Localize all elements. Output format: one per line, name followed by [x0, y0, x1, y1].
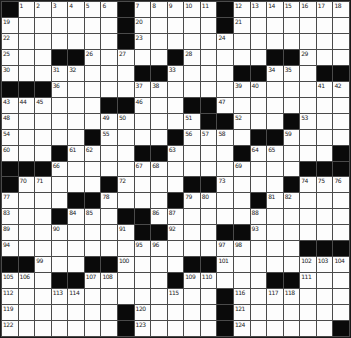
cell-r3c1[interactable]	[19, 50, 35, 65]
cell-r4c16[interactable]: 34	[267, 66, 283, 81]
cell-r8c17[interactable]: 59	[284, 130, 300, 145]
cell-r1c9[interactable]	[151, 18, 167, 33]
cell-r16c9[interactable]	[151, 257, 167, 272]
cell-r10c15[interactable]	[251, 162, 267, 177]
cell-r1c0[interactable]: 19	[2, 18, 18, 33]
cell-r20c10[interactable]	[168, 321, 184, 336]
cell-r5c8[interactable]: 37	[135, 82, 151, 97]
cell-r7c5[interactable]	[85, 114, 101, 129]
cell-r17c19[interactable]	[317, 273, 333, 288]
cell-r5c4[interactable]	[68, 82, 84, 97]
cell-r18c10[interactable]: 115	[168, 289, 184, 304]
cell-r16c20[interactable]: 104	[333, 257, 349, 272]
cell-r1c8[interactable]: 20	[135, 18, 151, 33]
cell-r18c7[interactable]	[118, 289, 134, 304]
cell-r14c20[interactable]	[333, 225, 349, 240]
cell-r20c16[interactable]	[267, 321, 283, 336]
cell-r5c3[interactable]: 36	[52, 82, 68, 97]
cell-r3c9[interactable]	[151, 50, 167, 65]
cell-r18c14[interactable]: 116	[234, 289, 250, 304]
cell-r13c2[interactable]	[35, 209, 51, 224]
cell-r19c8[interactable]: 120	[135, 305, 151, 320]
cell-r5c17[interactable]	[284, 82, 300, 97]
cell-r16c4[interactable]	[68, 257, 84, 272]
cell-r19c10[interactable]	[168, 305, 184, 320]
cell-r15c10[interactable]	[168, 241, 184, 256]
cell-r18c6[interactable]	[101, 289, 117, 304]
cell-r2c16[interactable]	[267, 34, 283, 49]
cell-r18c15[interactable]	[251, 289, 267, 304]
cell-r5c13[interactable]	[217, 82, 233, 97]
cell-r7c1[interactable]	[19, 114, 35, 129]
cell-r1c5[interactable]	[85, 18, 101, 33]
cell-r18c2[interactable]	[35, 289, 51, 304]
cell-r17c11[interactable]: 109	[184, 273, 200, 288]
cell-r17c18[interactable]: 111	[300, 273, 316, 288]
cell-r13c1[interactable]	[19, 209, 35, 224]
cell-r5c5[interactable]	[85, 82, 101, 97]
cell-r9c4[interactable]: 61	[68, 146, 84, 161]
cell-r18c8[interactable]	[135, 289, 151, 304]
cell-r18c16[interactable]: 117	[267, 289, 283, 304]
cell-r13c10[interactable]: 87	[168, 209, 184, 224]
cell-r12c20[interactable]	[333, 193, 349, 208]
cell-r16c19[interactable]: 103	[317, 257, 333, 272]
cell-r0c5[interactable]: 5	[85, 2, 101, 17]
cell-r15c1[interactable]	[19, 241, 35, 256]
cell-r7c10[interactable]	[168, 114, 184, 129]
cell-r6c1[interactable]: 44	[19, 98, 35, 113]
cell-r4c18[interactable]	[300, 66, 316, 81]
cell-r8c9[interactable]	[151, 130, 167, 145]
cell-r16c17[interactable]	[284, 257, 300, 272]
cell-r1c18[interactable]	[300, 18, 316, 33]
cell-r11c1[interactable]: 70	[19, 177, 35, 192]
cell-r10c7[interactable]	[118, 162, 134, 177]
cell-r20c8[interactable]: 123	[135, 321, 151, 336]
cell-r12c0[interactable]: 77	[2, 193, 18, 208]
cell-r0c14[interactable]: 12	[234, 2, 250, 17]
cell-r1c15[interactable]	[251, 18, 267, 33]
cell-r3c20[interactable]	[333, 50, 349, 65]
cell-r17c6[interactable]: 108	[101, 273, 117, 288]
cell-r0c9[interactable]: 8	[151, 2, 167, 17]
cell-r0c2[interactable]: 2	[35, 2, 51, 17]
cell-r20c11[interactable]	[184, 321, 200, 336]
cell-r14c18[interactable]	[300, 225, 316, 240]
cell-r13c12[interactable]	[201, 209, 217, 224]
cell-r0c17[interactable]: 15	[284, 2, 300, 17]
cell-r4c12[interactable]	[201, 66, 217, 81]
cell-r20c2[interactable]	[35, 321, 51, 336]
cell-r15c6[interactable]	[101, 241, 117, 256]
cell-r8c7[interactable]	[118, 130, 134, 145]
cell-r3c8[interactable]	[135, 50, 151, 65]
cell-r2c12[interactable]	[201, 34, 217, 49]
cell-r12c7[interactable]	[118, 193, 134, 208]
cell-r9c18[interactable]	[300, 146, 316, 161]
cell-r11c4[interactable]	[68, 177, 84, 192]
cell-r10c17[interactable]	[284, 162, 300, 177]
cell-r15c0[interactable]: 94	[2, 241, 18, 256]
cell-r15c2[interactable]	[35, 241, 51, 256]
cell-r20c6[interactable]	[101, 321, 117, 336]
cell-r10c3[interactable]: 66	[52, 162, 68, 177]
cell-r9c0[interactable]: 60	[2, 146, 18, 161]
cell-r12c1[interactable]	[19, 193, 35, 208]
cell-r20c5[interactable]	[85, 321, 101, 336]
cell-r6c0[interactable]: 43	[2, 98, 18, 113]
cell-r9c2[interactable]	[35, 146, 51, 161]
cell-r14c4[interactable]	[68, 225, 84, 240]
cell-r9c19[interactable]	[317, 146, 333, 161]
cell-r0c20[interactable]: 18	[333, 2, 349, 17]
cell-r11c7[interactable]: 72	[118, 177, 134, 192]
cell-r0c8[interactable]: 7	[135, 2, 151, 17]
cell-r12c8[interactable]	[135, 193, 151, 208]
cell-r11c18[interactable]: 74	[300, 177, 316, 192]
cell-r2c11[interactable]	[184, 34, 200, 49]
cell-r20c3[interactable]	[52, 321, 68, 336]
cell-r4c6[interactable]	[101, 66, 117, 81]
cell-r7c15[interactable]	[251, 114, 267, 129]
cell-r13c0[interactable]: 83	[2, 209, 18, 224]
cell-r20c4[interactable]	[68, 321, 84, 336]
cell-r14c1[interactable]	[19, 225, 35, 240]
cell-r6c13[interactable]: 47	[217, 98, 233, 113]
cell-r16c10[interactable]	[168, 257, 184, 272]
cell-r2c4[interactable]	[68, 34, 84, 49]
cell-r20c9[interactable]	[151, 321, 167, 336]
cell-r8c20[interactable]	[333, 130, 349, 145]
cell-r18c11[interactable]	[184, 289, 200, 304]
cell-r8c3[interactable]	[52, 130, 68, 145]
cell-r11c2[interactable]: 71	[35, 177, 51, 192]
cell-r6c8[interactable]: 46	[135, 98, 151, 113]
cell-r7c7[interactable]: 50	[118, 114, 134, 129]
cell-r1c10[interactable]	[168, 18, 184, 33]
cell-r4c11[interactable]	[184, 66, 200, 81]
cell-r2c14[interactable]	[234, 34, 250, 49]
cell-r16c15[interactable]	[251, 257, 267, 272]
cell-r10c6[interactable]	[101, 162, 117, 177]
cell-r11c3[interactable]	[52, 177, 68, 192]
cell-r15c13[interactable]: 97	[217, 241, 233, 256]
cell-r18c18[interactable]	[300, 289, 316, 304]
cell-r15c12[interactable]	[201, 241, 217, 256]
cell-r16c2[interactable]: 99	[35, 257, 51, 272]
cell-r13c15[interactable]: 88	[251, 209, 267, 224]
cell-r14c10[interactable]: 92	[168, 225, 184, 240]
cell-r19c15[interactable]	[251, 305, 267, 320]
cell-r8c4[interactable]	[68, 130, 84, 145]
cell-r15c9[interactable]: 96	[151, 241, 167, 256]
cell-r2c1[interactable]	[19, 34, 35, 49]
cell-r18c17[interactable]: 118	[284, 289, 300, 304]
cell-r19c9[interactable]	[151, 305, 167, 320]
cell-r12c2[interactable]	[35, 193, 51, 208]
cell-r11c16[interactable]	[267, 177, 283, 192]
cell-r17c20[interactable]	[333, 273, 349, 288]
cell-r13c18[interactable]	[300, 209, 316, 224]
cell-r19c4[interactable]	[68, 305, 84, 320]
cell-r17c15[interactable]	[251, 273, 267, 288]
cell-r10c16[interactable]	[267, 162, 283, 177]
cell-r11c9[interactable]	[151, 177, 167, 192]
cell-r5c7[interactable]	[118, 82, 134, 97]
cell-r14c5[interactable]	[85, 225, 101, 240]
cell-r2c17[interactable]	[284, 34, 300, 49]
cell-r9c10[interactable]: 63	[168, 146, 184, 161]
cell-r15c5[interactable]	[85, 241, 101, 256]
cell-r4c13[interactable]	[217, 66, 233, 81]
cell-r17c7[interactable]	[118, 273, 134, 288]
cell-r17c8[interactable]	[135, 273, 151, 288]
cell-r19c0[interactable]: 119	[2, 305, 18, 320]
cell-r20c0[interactable]: 122	[2, 321, 18, 336]
cell-r3c13[interactable]	[217, 50, 233, 65]
cell-r11c20[interactable]: 76	[333, 177, 349, 192]
cell-r6c14[interactable]	[234, 98, 250, 113]
cell-r9c5[interactable]: 62	[85, 146, 101, 161]
cell-r0c11[interactable]: 10	[184, 2, 200, 17]
cell-r19c19[interactable]	[317, 305, 333, 320]
cell-r5c14[interactable]: 39	[234, 82, 250, 97]
cell-r2c19[interactable]	[317, 34, 333, 49]
cell-r17c5[interactable]: 107	[85, 273, 101, 288]
cell-r13c13[interactable]	[217, 209, 233, 224]
cell-r12c6[interactable]: 78	[101, 193, 117, 208]
cell-r4c10[interactable]: 33	[168, 66, 184, 81]
cell-r5c12[interactable]	[201, 82, 217, 97]
cell-r10c10[interactable]	[168, 162, 184, 177]
cell-r20c12[interactable]	[201, 321, 217, 336]
cell-r13c14[interactable]	[234, 209, 250, 224]
cell-r11c8[interactable]	[135, 177, 151, 192]
cell-r12c17[interactable]: 82	[284, 193, 300, 208]
cell-r2c3[interactable]	[52, 34, 68, 49]
cell-r8c19[interactable]	[317, 130, 333, 145]
cell-r13c11[interactable]	[184, 209, 200, 224]
cell-r3c15[interactable]	[251, 50, 267, 65]
cell-r3c0[interactable]: 25	[2, 50, 18, 65]
cell-r16c18[interactable]: 102	[300, 257, 316, 272]
cell-r19c14[interactable]: 121	[234, 305, 250, 320]
cell-r12c11[interactable]: 79	[184, 193, 200, 208]
cell-r3c5[interactable]: 26	[85, 50, 101, 65]
cell-r14c0[interactable]: 89	[2, 225, 18, 240]
cell-r0c1[interactable]: 1	[19, 2, 35, 17]
cell-r12c14[interactable]	[234, 193, 250, 208]
cell-r2c0[interactable]: 22	[2, 34, 18, 49]
cell-r4c4[interactable]: 32	[68, 66, 84, 81]
cell-r10c12[interactable]	[201, 162, 217, 177]
cell-r2c6[interactable]	[101, 34, 117, 49]
cell-r14c19[interactable]	[317, 225, 333, 240]
cell-r9c15[interactable]: 64	[251, 146, 267, 161]
cell-r14c17[interactable]	[284, 225, 300, 240]
cell-r8c6[interactable]: 55	[101, 130, 117, 145]
cell-r5c15[interactable]: 40	[251, 82, 267, 97]
cell-r3c7[interactable]: 27	[118, 50, 134, 65]
cell-r15c16[interactable]	[267, 241, 283, 256]
cell-r7c16[interactable]	[267, 114, 283, 129]
cell-r18c0[interactable]: 112	[2, 289, 18, 304]
cell-r3c12[interactable]	[201, 50, 217, 65]
cell-r3c19[interactable]	[317, 50, 333, 65]
cell-r8c1[interactable]	[19, 130, 35, 145]
cell-r2c2[interactable]	[35, 34, 51, 49]
cell-r0c12[interactable]: 11	[201, 2, 217, 17]
cell-r12c19[interactable]	[317, 193, 333, 208]
cell-r11c14[interactable]	[234, 177, 250, 192]
cell-r1c6[interactable]	[101, 18, 117, 33]
cell-r5c20[interactable]: 42	[333, 82, 349, 97]
cell-r7c4[interactable]	[68, 114, 84, 129]
cell-r10c5[interactable]	[85, 162, 101, 177]
cell-r16c13[interactable]: 101	[217, 257, 233, 272]
cell-r16c3[interactable]	[52, 257, 68, 272]
cell-r11c5[interactable]	[85, 177, 101, 192]
cell-r10c4[interactable]	[68, 162, 84, 177]
cell-r17c13[interactable]	[217, 273, 233, 288]
cell-r6c2[interactable]: 45	[35, 98, 51, 113]
cell-r16c16[interactable]	[267, 257, 283, 272]
cell-r15c14[interactable]: 98	[234, 241, 250, 256]
cell-r20c1[interactable]	[19, 321, 35, 336]
cell-r7c11[interactable]: 51	[184, 114, 200, 129]
cell-r3c18[interactable]: 29	[300, 50, 316, 65]
cell-r19c6[interactable]	[101, 305, 117, 320]
cell-r6c19[interactable]	[317, 98, 333, 113]
cell-r18c9[interactable]	[151, 289, 167, 304]
cell-r17c14[interactable]	[234, 273, 250, 288]
cell-r17c12[interactable]: 110	[201, 273, 217, 288]
cell-r1c1[interactable]	[19, 18, 35, 33]
cell-r0c6[interactable]: 6	[101, 2, 117, 17]
cell-r8c14[interactable]	[234, 130, 250, 145]
cell-r5c18[interactable]	[300, 82, 316, 97]
cell-r14c11[interactable]	[184, 225, 200, 240]
cell-r11c13[interactable]: 73	[217, 177, 233, 192]
cell-r5c6[interactable]	[101, 82, 117, 97]
cell-r5c10[interactable]	[168, 82, 184, 97]
cell-r17c1[interactable]: 106	[19, 273, 35, 288]
cell-r16c8[interactable]	[135, 257, 151, 272]
cell-r8c11[interactable]: 56	[184, 130, 200, 145]
cell-r17c0[interactable]: 105	[2, 273, 18, 288]
cell-r6c16[interactable]	[267, 98, 283, 113]
cell-r6c15[interactable]	[251, 98, 267, 113]
cell-r14c7[interactable]: 91	[118, 225, 134, 240]
cell-r18c20[interactable]	[333, 289, 349, 304]
cell-r14c12[interactable]	[201, 225, 217, 240]
cell-r19c11[interactable]	[184, 305, 200, 320]
cell-r10c11[interactable]	[184, 162, 200, 177]
cell-r0c19[interactable]: 17	[317, 2, 333, 17]
cell-r5c9[interactable]: 38	[151, 82, 167, 97]
cell-r6c18[interactable]	[300, 98, 316, 113]
cell-r19c20[interactable]	[333, 305, 349, 320]
cell-r10c13[interactable]	[217, 162, 233, 177]
cell-r10c14[interactable]: 69	[234, 162, 250, 177]
cell-r19c2[interactable]	[35, 305, 51, 320]
cell-r4c5[interactable]	[85, 66, 101, 81]
cell-r6c5[interactable]	[85, 98, 101, 113]
cell-r7c9[interactable]	[151, 114, 167, 129]
cell-r8c12[interactable]: 57	[201, 130, 217, 145]
cell-r0c3[interactable]: 3	[52, 2, 68, 17]
cell-r14c16[interactable]	[267, 225, 283, 240]
cell-r19c3[interactable]	[52, 305, 68, 320]
cell-r20c17[interactable]	[284, 321, 300, 336]
cell-r2c5[interactable]	[85, 34, 101, 49]
cell-r2c8[interactable]: 23	[135, 34, 151, 49]
cell-r12c16[interactable]: 81	[267, 193, 283, 208]
cell-r8c2[interactable]	[35, 130, 51, 145]
cell-r8c13[interactable]: 58	[217, 130, 233, 145]
cell-r0c4[interactable]: 4	[68, 2, 84, 17]
cell-r9c11[interactable]	[184, 146, 200, 161]
cell-r20c18[interactable]	[300, 321, 316, 336]
cell-r8c18[interactable]	[300, 130, 316, 145]
cell-r1c12[interactable]	[201, 18, 217, 33]
cell-r0c10[interactable]: 9	[168, 2, 184, 17]
cell-r7c14[interactable]: 52	[234, 114, 250, 129]
cell-r11c15[interactable]	[251, 177, 267, 192]
cell-r4c17[interactable]: 35	[284, 66, 300, 81]
cell-r9c17[interactable]	[284, 146, 300, 161]
cell-r1c14[interactable]: 21	[234, 18, 250, 33]
cell-r16c7[interactable]: 100	[118, 257, 134, 272]
cell-r1c4[interactable]	[68, 18, 84, 33]
cell-r0c16[interactable]: 14	[267, 2, 283, 17]
cell-r13c5[interactable]: 85	[85, 209, 101, 224]
cell-r0c18[interactable]: 16	[300, 2, 316, 17]
cell-r16c14[interactable]	[234, 257, 250, 272]
cell-r9c6[interactable]	[101, 146, 117, 161]
cell-r18c1[interactable]	[19, 289, 35, 304]
cell-r12c18[interactable]	[300, 193, 316, 208]
cell-r7c3[interactable]	[52, 114, 68, 129]
cell-r5c11[interactable]	[184, 82, 200, 97]
cell-r4c0[interactable]: 30	[2, 66, 18, 81]
cell-r13c16[interactable]	[267, 209, 283, 224]
cell-r18c3[interactable]: 113	[52, 289, 68, 304]
cell-r15c4[interactable]	[68, 241, 84, 256]
cell-r20c19[interactable]	[317, 321, 333, 336]
cell-r19c1[interactable]	[19, 305, 35, 320]
cell-r14c15[interactable]: 93	[251, 225, 267, 240]
cell-r6c17[interactable]	[284, 98, 300, 113]
cell-r19c16[interactable]	[267, 305, 283, 320]
cell-r7c0[interactable]: 48	[2, 114, 18, 129]
cell-r12c12[interactable]: 80	[201, 193, 217, 208]
cell-r2c10[interactable]	[168, 34, 184, 49]
cell-r4c7[interactable]	[118, 66, 134, 81]
cell-r5c16[interactable]	[267, 82, 283, 97]
cell-r13c9[interactable]: 86	[151, 209, 167, 224]
cell-r1c11[interactable]	[184, 18, 200, 33]
cell-r15c8[interactable]: 95	[135, 241, 151, 256]
cell-r10c8[interactable]: 67	[135, 162, 151, 177]
cell-r6c20[interactable]	[333, 98, 349, 113]
cell-r2c15[interactable]	[251, 34, 267, 49]
cell-r9c1[interactable]	[19, 146, 35, 161]
cell-r3c6[interactable]	[101, 50, 117, 65]
cell-r8c8[interactable]	[135, 130, 151, 145]
cell-r19c18[interactable]	[300, 305, 316, 320]
